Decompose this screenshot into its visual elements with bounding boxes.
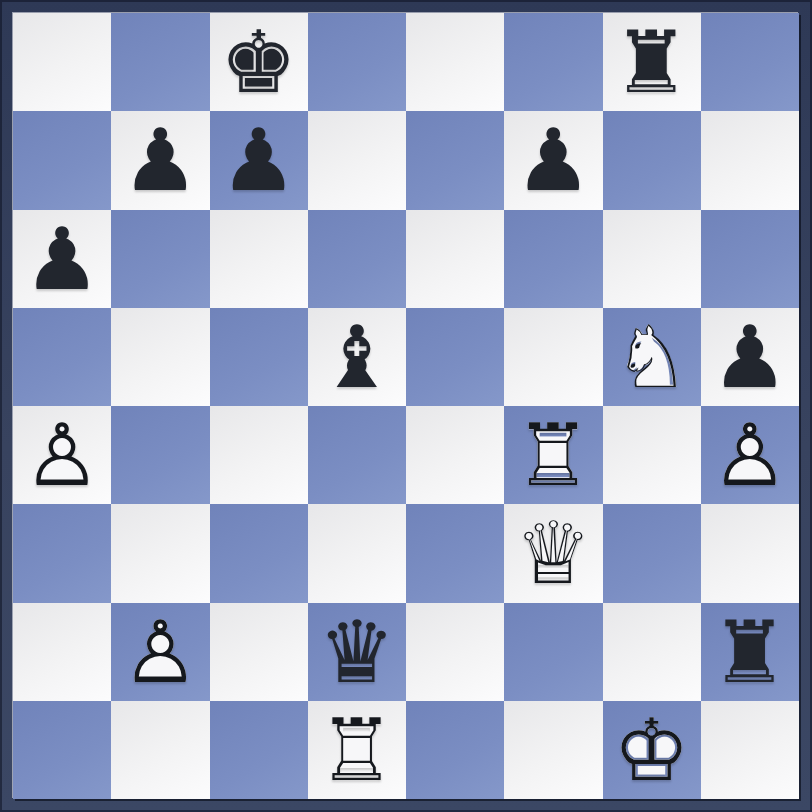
square-a6[interactable]: ♟ (13, 210, 111, 308)
square-e4[interactable] (406, 406, 504, 504)
square-e7[interactable] (406, 111, 504, 209)
square-c8[interactable]: ♚ (210, 13, 308, 111)
piece-white-king[interactable]: ♚♔ (603, 701, 701, 799)
square-e2[interactable] (406, 603, 504, 701)
square-a5[interactable] (13, 308, 111, 406)
black-piece-fill: ♟ (111, 111, 209, 209)
square-g7[interactable] (603, 111, 701, 209)
square-d3[interactable] (308, 504, 406, 602)
white-piece-outline: ♙ (701, 406, 799, 504)
piece-black-rook[interactable]: ♜ (701, 603, 799, 701)
square-b7[interactable]: ♟ (111, 111, 209, 209)
square-g3[interactable] (603, 504, 701, 602)
square-f3[interactable]: ♛♕ (504, 504, 602, 602)
square-c4[interactable] (210, 406, 308, 504)
square-c7[interactable]: ♟ (210, 111, 308, 209)
white-piece-outline: ♙ (111, 603, 209, 701)
square-a3[interactable] (13, 504, 111, 602)
board-frame: ♚♜♟♟♟♟♝♞♘♟♟♙♜♖♟♙♛♕♟♙♛♜♜♖♚♔ (0, 0, 812, 812)
white-piece-outline: ♖ (504, 406, 602, 504)
square-c5[interactable] (210, 308, 308, 406)
square-f4[interactable]: ♜♖ (504, 406, 602, 504)
square-d6[interactable] (308, 210, 406, 308)
square-h2[interactable]: ♜ (701, 603, 799, 701)
square-d7[interactable] (308, 111, 406, 209)
square-f5[interactable] (504, 308, 602, 406)
black-piece-fill: ♝ (308, 308, 406, 406)
piece-black-king[interactable]: ♚ (210, 13, 308, 111)
black-piece-fill: ♜ (603, 13, 701, 111)
square-g1[interactable]: ♚♔ (603, 701, 701, 799)
square-e5[interactable] (406, 308, 504, 406)
square-h6[interactable] (701, 210, 799, 308)
piece-white-pawn[interactable]: ♟♙ (13, 406, 111, 504)
square-d2[interactable]: ♛ (308, 603, 406, 701)
square-c1[interactable] (210, 701, 308, 799)
square-f1[interactable] (504, 701, 602, 799)
square-c3[interactable] (210, 504, 308, 602)
black-piece-fill: ♟ (210, 111, 308, 209)
square-h1[interactable] (701, 701, 799, 799)
square-f6[interactable] (504, 210, 602, 308)
square-a8[interactable] (13, 13, 111, 111)
chess-board: ♚♜♟♟♟♟♝♞♘♟♟♙♜♖♟♙♛♕♟♙♛♜♜♖♚♔ (13, 13, 799, 799)
square-g4[interactable] (603, 406, 701, 504)
square-c2[interactable] (210, 603, 308, 701)
square-g6[interactable] (603, 210, 701, 308)
piece-white-rook[interactable]: ♜♖ (308, 701, 406, 799)
square-b2[interactable]: ♟♙ (111, 603, 209, 701)
square-d1[interactable]: ♜♖ (308, 701, 406, 799)
piece-black-rook[interactable]: ♜ (603, 13, 701, 111)
square-h3[interactable] (701, 504, 799, 602)
square-a7[interactable] (13, 111, 111, 209)
square-a1[interactable] (13, 701, 111, 799)
square-g2[interactable] (603, 603, 701, 701)
square-c6[interactable] (210, 210, 308, 308)
black-piece-fill: ♛ (308, 603, 406, 701)
square-b6[interactable] (111, 210, 209, 308)
white-piece-outline: ♙ (13, 406, 111, 504)
square-d8[interactable] (308, 13, 406, 111)
piece-white-rook[interactable]: ♜♖ (504, 406, 602, 504)
square-e8[interactable] (406, 13, 504, 111)
square-b8[interactable] (111, 13, 209, 111)
piece-black-pawn[interactable]: ♟ (13, 210, 111, 308)
piece-white-knight[interactable]: ♞♘ (603, 308, 701, 406)
square-f7[interactable]: ♟ (504, 111, 602, 209)
square-h5[interactable]: ♟ (701, 308, 799, 406)
piece-black-pawn[interactable]: ♟ (210, 111, 308, 209)
square-g5[interactable]: ♞♘ (603, 308, 701, 406)
square-b5[interactable] (111, 308, 209, 406)
white-piece-outline: ♕ (504, 504, 602, 602)
square-f8[interactable] (504, 13, 602, 111)
square-h8[interactable] (701, 13, 799, 111)
black-piece-fill: ♟ (13, 210, 111, 308)
black-piece-fill: ♟ (701, 308, 799, 406)
square-d5[interactable]: ♝ (308, 308, 406, 406)
square-b4[interactable] (111, 406, 209, 504)
square-h4[interactable]: ♟♙ (701, 406, 799, 504)
piece-white-queen[interactable]: ♛♕ (504, 504, 602, 602)
square-d4[interactable] (308, 406, 406, 504)
square-e6[interactable] (406, 210, 504, 308)
piece-black-pawn[interactable]: ♟ (701, 308, 799, 406)
square-e1[interactable] (406, 701, 504, 799)
white-piece-outline: ♘ (603, 308, 701, 406)
piece-black-queen[interactable]: ♛ (308, 603, 406, 701)
piece-black-bishop[interactable]: ♝ (308, 308, 406, 406)
white-piece-outline: ♖ (308, 701, 406, 799)
square-g8[interactable]: ♜ (603, 13, 701, 111)
white-piece-outline: ♔ (603, 701, 701, 799)
square-b3[interactable] (111, 504, 209, 602)
piece-black-pawn[interactable]: ♟ (111, 111, 209, 209)
square-b1[interactable] (111, 701, 209, 799)
square-a4[interactable]: ♟♙ (13, 406, 111, 504)
square-e3[interactable] (406, 504, 504, 602)
square-f2[interactable] (504, 603, 602, 701)
black-piece-fill: ♜ (701, 603, 799, 701)
square-h7[interactable] (701, 111, 799, 209)
piece-white-pawn[interactable]: ♟♙ (701, 406, 799, 504)
black-piece-fill: ♚ (210, 13, 308, 111)
piece-black-pawn[interactable]: ♟ (504, 111, 602, 209)
square-a2[interactable] (13, 603, 111, 701)
piece-white-pawn[interactable]: ♟♙ (111, 603, 209, 701)
black-piece-fill: ♟ (504, 111, 602, 209)
